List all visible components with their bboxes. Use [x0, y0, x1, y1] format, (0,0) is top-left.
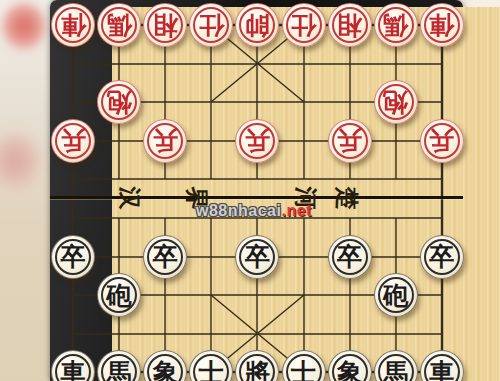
piece-glyph: 兵: [337, 128, 362, 153]
piece-glyph: 傌: [107, 13, 132, 38]
piece-glyph: 俥: [61, 13, 86, 38]
board-fold-seam: [50, 196, 463, 199]
piece-red-兵[interactable]: 兵: [51, 119, 95, 163]
piece-red-仕[interactable]: 仕: [189, 3, 233, 47]
piece-glyph: 車: [429, 360, 454, 381]
piece-black-卒[interactable]: 卒: [51, 235, 95, 279]
piece-red-兵[interactable]: 兵: [143, 119, 187, 163]
river-character: 楚: [336, 187, 359, 210]
piece-black-卒[interactable]: 卒: [143, 235, 187, 279]
watermark-suffix: .net: [281, 202, 311, 219]
piece-red-俥[interactable]: 俥: [51, 3, 95, 47]
piece-red-炮[interactable]: 炮: [374, 80, 418, 124]
piece-red-兵[interactable]: 兵: [328, 119, 372, 163]
piece-glyph: 士: [199, 360, 224, 381]
piece-glyph: 卒: [337, 244, 362, 269]
piece-glyph: 將: [245, 360, 270, 381]
piece-glyph: 相: [153, 13, 178, 38]
piece-glyph: 卒: [153, 244, 178, 269]
watermark-main: w88nhacai: [196, 202, 281, 219]
piece-glyph: 兵: [245, 128, 270, 153]
piece-red-相[interactable]: 相: [143, 3, 187, 47]
piece-glyph: 馬: [107, 360, 132, 381]
piece-glyph: 士: [291, 360, 316, 381]
piece-red-兵[interactable]: 兵: [235, 119, 279, 163]
piece-glyph: 兵: [61, 128, 86, 153]
piece-black-象[interactable]: 象: [328, 350, 372, 381]
piece-black-砲[interactable]: 砲: [374, 273, 418, 317]
piece-glyph: 砲: [107, 283, 132, 308]
piece-glyph: 卒: [429, 244, 454, 269]
watermark: w88nhacai.net: [196, 202, 312, 220]
piece-glyph: 兵: [429, 128, 454, 153]
piece-glyph: 卒: [245, 244, 270, 269]
piece-glyph: 象: [337, 360, 362, 381]
piece-red-俥[interactable]: 俥: [420, 3, 464, 47]
river-character: 汉: [119, 187, 142, 210]
piece-glyph: 馬: [383, 360, 408, 381]
piece-black-卒[interactable]: 卒: [420, 235, 464, 279]
piece-red-仕[interactable]: 仕: [282, 3, 326, 47]
piece-glyph: 仕: [199, 13, 224, 38]
piece-glyph: 炮: [107, 90, 132, 115]
piece-glyph: 砲: [383, 283, 408, 308]
piece-glyph: 炮: [383, 90, 408, 115]
board-grid: [0, 0, 500, 381]
piece-red-兵[interactable]: 兵: [420, 119, 464, 163]
piece-glyph: 傌: [383, 13, 408, 38]
piece-red-傌[interactable]: 傌: [374, 3, 418, 47]
piece-glyph: 車: [61, 360, 86, 381]
piece-glyph: 相: [337, 13, 362, 38]
piece-black-士[interactable]: 士: [282, 350, 326, 381]
screenshot-stage: 汉界河楚 w88nhacai.net 俥傌相仕帥仕相傌俥炮炮兵兵兵兵兵卒卒卒卒卒…: [0, 0, 500, 381]
piece-glyph: 帥: [245, 13, 270, 38]
piece-black-砲[interactable]: 砲: [97, 273, 141, 317]
piece-glyph: 仕: [291, 13, 316, 38]
piece-black-卒[interactable]: 卒: [235, 235, 279, 279]
piece-red-炮[interactable]: 炮: [97, 80, 141, 124]
piece-glyph: 卒: [61, 244, 86, 269]
piece-glyph: 兵: [153, 128, 178, 153]
piece-black-卒[interactable]: 卒: [328, 235, 372, 279]
piece-glyph: 象: [153, 360, 178, 381]
piece-glyph: 俥: [429, 13, 454, 38]
piece-red-相[interactable]: 相: [328, 3, 372, 47]
piece-red-傌[interactable]: 傌: [97, 3, 141, 47]
